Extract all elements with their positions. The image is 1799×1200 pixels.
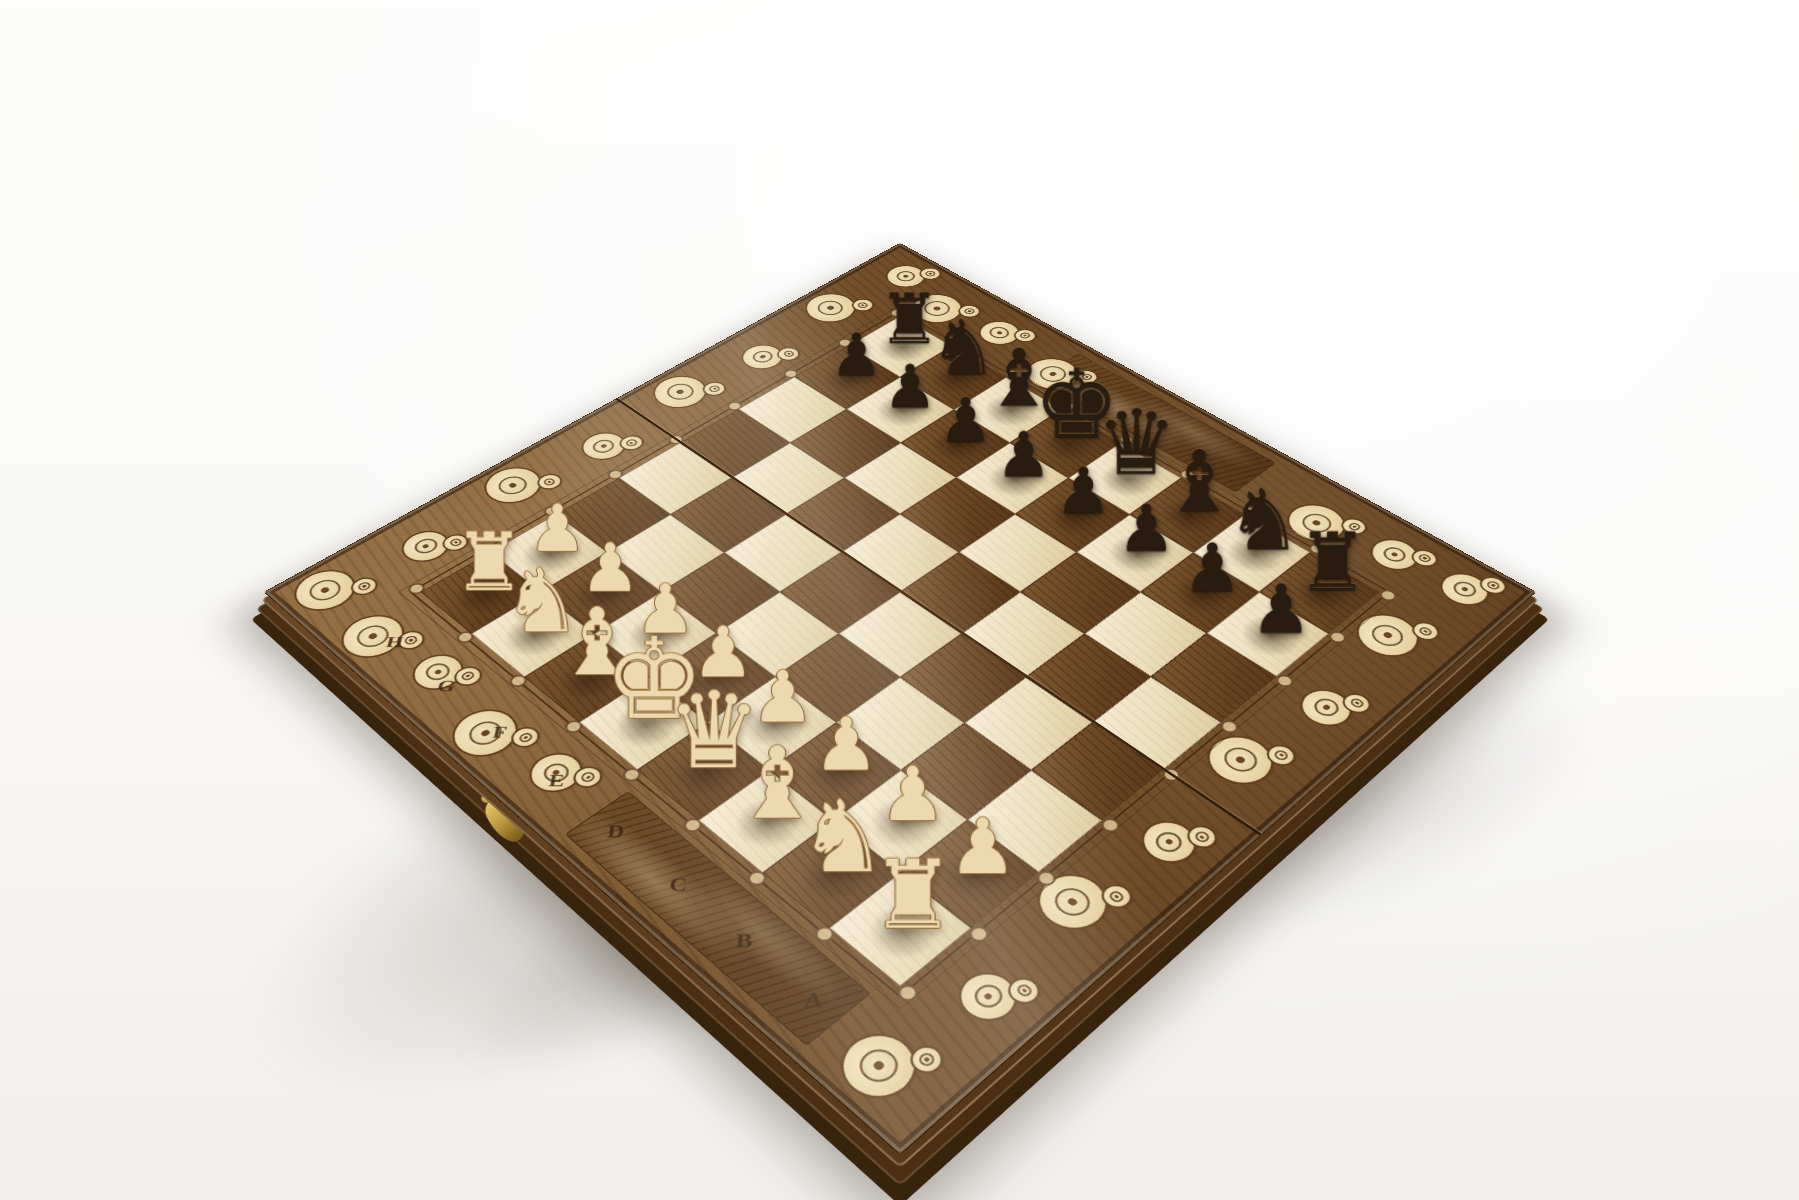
scroll-curl-ornament <box>1410 620 1442 642</box>
scroll-curl-ornament <box>907 1043 946 1076</box>
scroll-curl-ornament <box>349 576 380 597</box>
square-b5[interactable] <box>1025 634 1150 723</box>
scroll-curl-ornament <box>1264 743 1298 768</box>
scroll-curl-ornament <box>405 649 470 695</box>
scroll-curl-ornament <box>1134 815 1205 869</box>
photo-stage: HGFEDCBA ♜♟♟♜♞♟♟♞♝♟♟♝♚♟♟♚♛♟♟♛♝♟♟♝♞♟♟♞♜♟♟… <box>0 0 1799 1200</box>
scroll-curl-ornament <box>1005 975 1043 1006</box>
scroll-curl-ornament <box>1341 691 1374 715</box>
scroll-curl-ornament <box>535 473 564 492</box>
chess-board: HGFEDCBA ♜♟♟♜♞♟♟♞♝♟♟♝♚♟♟♚♛♟♟♛♝♟♟♝♞♟♟♞♜♟♟… <box>264 243 1537 1155</box>
scroll-curl-ornament <box>1478 575 1509 596</box>
scroll-curl-ornament <box>950 965 1026 1028</box>
scroll-curl-ornament <box>1098 882 1134 911</box>
scroll-curl-ornament <box>285 564 364 618</box>
scroll-curl-ornament <box>571 764 605 790</box>
scroll-curl-ornament <box>395 629 427 651</box>
perspective-scene: HGFEDCBA ♜♟♟♜♞♟♟♞♝♟♟♝♚♟♟♚♛♟♟♛♝♟♟♝♞♟♟♞♜♟♟… <box>0 0 1799 1200</box>
white-rook-a1[interactable]: ♜ <box>842 851 985 938</box>
scroll-curl-ornament <box>443 702 528 764</box>
scroll-curl-ornament <box>1347 608 1428 664</box>
scroll-curl-ornament <box>522 747 590 798</box>
black-pawn-a7[interactable]: ♟ <box>1219 579 1342 641</box>
scroll-curl-ornament <box>452 665 485 688</box>
scroll-curl-ornament <box>509 725 543 750</box>
board-top: HGFEDCBA ♜♟♟♜♞♟♟♞♝♟♟♝♚♟♟♚♛♟♟♛♝♟♟♝♞♟♟♞♜♟♟… <box>264 243 1537 1155</box>
scroll-curl-ornament <box>1293 684 1359 732</box>
scroll-curl-ornament <box>1197 728 1283 792</box>
scroll-curl-ornament <box>1184 823 1219 850</box>
